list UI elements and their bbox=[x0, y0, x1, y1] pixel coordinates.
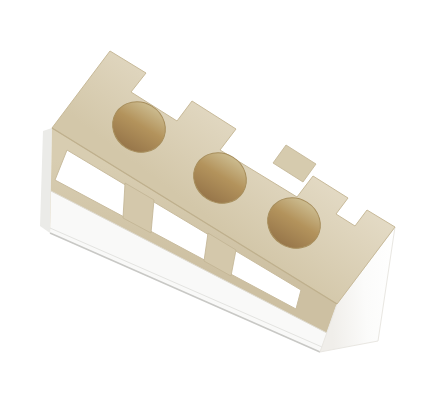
product-photo-canvas bbox=[0, 0, 445, 407]
